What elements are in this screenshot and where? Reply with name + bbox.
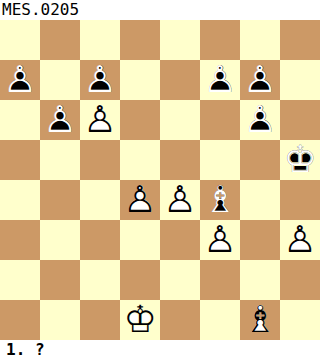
white-king: ♚ [120,300,160,340]
piece-outline: ♙ [240,100,280,140]
piece-outline: ♙ [160,180,200,220]
square-a4[interactable] [0,180,40,220]
white-pawn: ♟ [120,180,160,220]
piece-outline: ♙ [0,60,40,100]
white-pawn: ♟ [80,100,120,140]
square-e5[interactable] [160,140,200,180]
black-pawn: ♟ [40,100,80,140]
black-pawn: ♟ [0,60,40,100]
square-c7[interactable]: ♟♙ [80,60,120,100]
square-h4[interactable] [280,180,320,220]
piece-outline: ♔ [120,300,160,340]
square-f3[interactable]: ♟♙ [200,220,240,260]
square-h5[interactable]: ♚♔ [280,140,320,180]
square-d4[interactable]: ♟♙ [120,180,160,220]
square-d6[interactable] [120,100,160,140]
piece-outline: ♙ [80,60,120,100]
square-a3[interactable] [0,220,40,260]
square-e7[interactable] [160,60,200,100]
square-c1[interactable] [80,300,120,340]
square-g8[interactable] [240,20,280,60]
square-a8[interactable] [0,20,40,60]
square-h2[interactable] [280,260,320,300]
square-d3[interactable] [120,220,160,260]
square-f4[interactable]: ♝♗ [200,180,240,220]
square-a6[interactable] [0,100,40,140]
black-king: ♚ [280,140,320,180]
piece-outline: ♙ [80,100,120,140]
piece-outline: ♗ [200,180,240,220]
square-e6[interactable] [160,100,200,140]
square-c8[interactable] [80,20,120,60]
diagram-header: MES.0205 [0,0,320,20]
square-d1[interactable]: ♚♔ [120,300,160,340]
square-g6[interactable]: ♟♙ [240,100,280,140]
black-pawn: ♟ [80,60,120,100]
square-f7[interactable]: ♟♙ [200,60,240,100]
square-b4[interactable] [40,180,80,220]
square-f5[interactable] [200,140,240,180]
white-pawn: ♟ [160,180,200,220]
square-d8[interactable] [120,20,160,60]
square-b7[interactable] [40,60,80,100]
piece-outline: ♙ [280,220,320,260]
square-f6[interactable] [200,100,240,140]
square-g5[interactable] [240,140,280,180]
square-b1[interactable] [40,300,80,340]
square-b2[interactable] [40,260,80,300]
square-f2[interactable] [200,260,240,300]
chess-diagram: MES.0205 ♟♙♟♙♟♙♟♙♟♙♟♙♟♙♚♔♟♙♟♙♝♗♟♙♟♙♚♔♝♗ … [0,0,320,360]
square-h3[interactable]: ♟♙ [280,220,320,260]
square-h1[interactable] [280,300,320,340]
piece-outline: ♙ [120,180,160,220]
square-b6[interactable]: ♟♙ [40,100,80,140]
square-b8[interactable] [40,20,80,60]
black-pawn: ♟ [240,60,280,100]
white-pawn: ♟ [200,220,240,260]
square-g1[interactable]: ♝♗ [240,300,280,340]
chess-board: ♟♙♟♙♟♙♟♙♟♙♟♙♟♙♚♔♟♙♟♙♝♗♟♙♟♙♚♔♝♗ [0,20,320,340]
white-bishop: ♝ [240,300,280,340]
square-e8[interactable] [160,20,200,60]
square-d5[interactable] [120,140,160,180]
piece-outline: ♙ [200,220,240,260]
black-bishop: ♝ [200,180,240,220]
square-a5[interactable] [0,140,40,180]
diagram-footer: 1. ? [0,340,320,360]
square-d2[interactable] [120,260,160,300]
square-h8[interactable] [280,20,320,60]
piece-outline: ♔ [280,140,320,180]
square-c5[interactable] [80,140,120,180]
piece-outline: ♙ [240,60,280,100]
diagram-title: MES.0205 [0,0,79,20]
square-h6[interactable] [280,100,320,140]
white-pawn: ♟ [280,220,320,260]
black-pawn: ♟ [200,60,240,100]
square-a7[interactable]: ♟♙ [0,60,40,100]
square-c6[interactable]: ♟♙ [80,100,120,140]
piece-outline: ♗ [240,300,280,340]
square-g7[interactable]: ♟♙ [240,60,280,100]
square-c3[interactable] [80,220,120,260]
piece-outline: ♙ [40,100,80,140]
square-e4[interactable]: ♟♙ [160,180,200,220]
black-pawn: ♟ [240,100,280,140]
square-f8[interactable] [200,20,240,60]
square-h7[interactable] [280,60,320,100]
square-c4[interactable] [80,180,120,220]
square-d7[interactable] [120,60,160,100]
square-f1[interactable] [200,300,240,340]
square-e1[interactable] [160,300,200,340]
square-a1[interactable] [0,300,40,340]
piece-outline: ♙ [200,60,240,100]
square-e2[interactable] [160,260,200,300]
square-g2[interactable] [240,260,280,300]
square-e3[interactable] [160,220,200,260]
square-g4[interactable] [240,180,280,220]
square-a2[interactable] [0,260,40,300]
square-b5[interactable] [40,140,80,180]
move-prompt: 1. ? [0,340,45,360]
square-b3[interactable] [40,220,80,260]
square-c2[interactable] [80,260,120,300]
square-g3[interactable] [240,220,280,260]
